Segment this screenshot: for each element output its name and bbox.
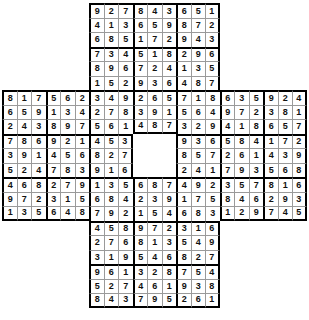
sudoku-cell-r16c15[interactable]: 6 (205, 221, 220, 236)
sudoku-cell-r19c12[interactable]: 8 (162, 264, 177, 279)
sudoku-cell-r14c11[interactable]: 3 (147, 192, 162, 207)
sudoku-cell-r9c16[interactable]: 4 (220, 119, 235, 134)
sudoku-cell-r13c17[interactable]: 5 (234, 177, 249, 192)
sudoku-cell-r8c16[interactable]: 9 (220, 105, 235, 120)
sudoku-cell-r3c13[interactable]: 9 (176, 32, 191, 47)
sudoku-cell-r6c12[interactable]: 6 (162, 76, 177, 91)
sudoku-cell-r15c21[interactable]: 5 (292, 206, 307, 221)
sudoku-cell-r14c19[interactable]: 2 (263, 192, 278, 207)
sudoku-cell-r10c21[interactable]: 2 (292, 134, 307, 149)
sudoku-cell-r11c20[interactable]: 3 (278, 148, 293, 163)
sudoku-cell-r21c11[interactable]: 9 (147, 293, 162, 308)
sudoku-cell-r9c14[interactable]: 2 (191, 119, 206, 134)
sudoku-cell-r15c20[interactable]: 4 (278, 206, 293, 221)
sudoku-cell-r8c19[interactable]: 3 (263, 105, 278, 120)
sudoku-cell-r18c9[interactable]: 9 (118, 250, 133, 265)
sudoku-cell-r12c13[interactable]: 2 (176, 163, 191, 178)
sudoku-cell-r21c9[interactable]: 3 (118, 293, 133, 308)
sudoku-cell-r8c1[interactable]: 6 (2, 105, 17, 120)
sudoku-cell-r10c8[interactable]: 5 (104, 134, 119, 149)
sudoku-cell-r11c2[interactable]: 9 (17, 148, 32, 163)
sudoku-cell-r11c15[interactable]: 7 (205, 148, 220, 163)
sudoku-cell-r17c8[interactable]: 7 (104, 235, 119, 250)
sudoku-cell-r11c21[interactable]: 9 (292, 148, 307, 163)
sudoku-cell-r6c7[interactable]: 1 (89, 76, 104, 91)
sudoku-cell-r10c14[interactable]: 3 (191, 134, 206, 149)
sudoku-cell-r9c12[interactable]: 7 (162, 119, 177, 134)
sudoku-cell-r10c19[interactable]: 1 (263, 134, 278, 149)
sudoku-cell-r1c10[interactable]: 8 (133, 3, 148, 18)
sudoku-cell-r11c17[interactable]: 6 (234, 148, 249, 163)
sudoku-cell-r8c15[interactable]: 4 (205, 105, 220, 120)
sudoku-cell-r1c11[interactable]: 4 (147, 3, 162, 18)
board-void (292, 264, 307, 279)
sudoku-cell-r19c13[interactable]: 7 (176, 264, 191, 279)
sudoku-cell-r8c12[interactable]: 1 (162, 105, 177, 120)
sudoku-cell-r7c20[interactable]: 2 (278, 90, 293, 105)
sudoku-cell-r20c8[interactable]: 2 (104, 279, 119, 294)
sudoku-cell-r4c11[interactable]: 1 (147, 47, 162, 62)
board-void (60, 221, 75, 236)
sudoku-cell-r9c11[interactable]: 8 (147, 119, 162, 134)
sudoku-cell-r13c14[interactable]: 9 (191, 177, 206, 192)
sudoku-cell-r11c9[interactable]: 7 (118, 148, 133, 163)
sudoku-cell-r9c9[interactable]: 1 (118, 119, 133, 134)
sudoku-cell-r8c20[interactable]: 8 (278, 105, 293, 120)
sudoku-cell-r12c17[interactable]: 9 (234, 163, 249, 178)
sudoku-cell-r14c2[interactable]: 7 (17, 192, 32, 207)
sudoku-cell-r13c9[interactable]: 5 (118, 177, 133, 192)
sudoku-cell-r7c1[interactable]: 8 (2, 90, 17, 105)
sudoku-cell-r12c2[interactable]: 2 (17, 163, 32, 178)
sudoku-cell-r18c7[interactable]: 3 (89, 250, 104, 265)
sudoku-cell-r10c7[interactable]: 4 (89, 134, 104, 149)
sudoku-cell-r3c14[interactable]: 4 (191, 32, 206, 47)
sudoku-cell-r15c3[interactable]: 5 (31, 206, 46, 221)
sudoku-cell-r13c21[interactable]: 6 (292, 177, 307, 192)
sudoku-cell-r10c1[interactable]: 7 (2, 134, 17, 149)
sudoku-cell-r1c15[interactable]: 1 (205, 3, 220, 18)
sudoku-cell-r4c15[interactable]: 6 (205, 47, 220, 62)
sudoku-cell-r9c20[interactable]: 5 (278, 119, 293, 134)
sudoku-cell-r11c8[interactable]: 2 (104, 148, 119, 163)
sudoku-cell-r13c19[interactable]: 8 (263, 177, 278, 192)
sudoku-cell-r14c6[interactable]: 5 (75, 192, 90, 207)
sudoku-cell-r12c4[interactable]: 7 (46, 163, 61, 178)
sudoku-cell-r6c13[interactable]: 4 (176, 76, 191, 91)
sudoku-cell-r7c12[interactable]: 5 (162, 90, 177, 105)
sudoku-cell-r18c10[interactable]: 5 (133, 250, 148, 265)
sudoku-cell-r9c17[interactable]: 1 (234, 119, 249, 134)
sudoku-cell-r6c8[interactable]: 5 (104, 76, 119, 91)
sudoku-cell-r10c18[interactable]: 4 (249, 134, 264, 149)
sudoku-cell-r7c5[interactable]: 6 (60, 90, 75, 105)
sudoku-cell-r12c14[interactable]: 4 (191, 163, 206, 178)
sudoku-cell-r7c9[interactable]: 9 (118, 90, 133, 105)
sudoku-cell-r13c12[interactable]: 7 (162, 177, 177, 192)
sudoku-cell-r13c10[interactable]: 6 (133, 177, 148, 192)
sudoku-cell-r3c7[interactable]: 6 (89, 32, 104, 47)
sudoku-cell-r19c7[interactable]: 9 (89, 264, 104, 279)
sudoku-cell-r3c10[interactable]: 1 (133, 32, 148, 47)
sudoku-cell-r5c9[interactable]: 6 (118, 61, 133, 76)
sudoku-cell-r19c9[interactable]: 1 (118, 264, 133, 279)
sudoku-cell-r14c7[interactable]: 6 (89, 192, 104, 207)
sudoku-cell-r11c14[interactable]: 5 (191, 148, 206, 163)
sudoku-cell-r20c7[interactable]: 5 (89, 279, 104, 294)
sudoku-cell-r1c8[interactable]: 2 (104, 3, 119, 18)
sudoku-cell-r8c10[interactable]: 3 (133, 105, 148, 120)
sudoku-cell-r12c15[interactable]: 1 (205, 163, 220, 178)
sudoku-cell-r12c19[interactable]: 5 (263, 163, 278, 178)
sudoku-cell-r10c4[interactable]: 9 (46, 134, 61, 149)
sudoku-cell-r14c3[interactable]: 2 (31, 192, 46, 207)
sudoku-cell-r15c1[interactable]: 1 (2, 206, 17, 221)
sudoku-cell-r15c12[interactable]: 4 (162, 206, 177, 221)
sudoku-cell-r16c8[interactable]: 5 (104, 221, 119, 236)
sudoku-cell-r20c10[interactable]: 4 (133, 279, 148, 294)
sudoku-cell-r3c8[interactable]: 8 (104, 32, 119, 47)
sudoku-cell-r18c14[interactable]: 2 (191, 250, 206, 265)
sudoku-cell-r11c5[interactable]: 5 (60, 148, 75, 163)
sudoku-cell-r16c13[interactable]: 3 (176, 221, 191, 236)
sudoku-cell-r8c17[interactable]: 7 (234, 105, 249, 120)
sudoku-cell-r8c21[interactable]: 1 (292, 105, 307, 120)
sudoku-cell-r7c2[interactable]: 1 (17, 90, 32, 105)
sudoku-cell-r16c10[interactable]: 9 (133, 221, 148, 236)
sudoku-cell-r21c10[interactable]: 7 (133, 293, 148, 308)
sudoku-cell-r6c9[interactable]: 2 (118, 76, 133, 91)
sudoku-cell-r20c15[interactable]: 8 (205, 279, 220, 294)
sudoku-cell-r13c5[interactable]: 7 (60, 177, 75, 192)
sudoku-cell-r7c18[interactable]: 5 (249, 90, 264, 105)
sudoku-cell-r15c6[interactable]: 8 (75, 206, 90, 221)
sudoku-cell-r10c3[interactable]: 6 (31, 134, 46, 149)
sudoku-cell-r7c19[interactable]: 9 (263, 90, 278, 105)
sudoku-cell-r18c11[interactable]: 4 (147, 250, 162, 265)
sudoku-cell-r14c17[interactable]: 4 (234, 192, 249, 207)
sudoku-cell-r15c18[interactable]: 9 (249, 206, 264, 221)
sudoku-cell-r9c18[interactable]: 8 (249, 119, 264, 134)
sudoku-cell-r2c14[interactable]: 7 (191, 18, 206, 33)
sudoku-cell-r8c6[interactable]: 4 (75, 105, 90, 120)
sudoku-cell-r12c3[interactable]: 4 (31, 163, 46, 178)
sudoku-cell-r15c14[interactable]: 8 (191, 206, 206, 221)
sudoku-cell-r10c16[interactable]: 5 (220, 134, 235, 149)
sudoku-cell-r6c10[interactable]: 9 (133, 76, 148, 91)
sudoku-cell-r5c15[interactable]: 5 (205, 61, 220, 76)
board-void (75, 76, 90, 91)
sudoku-cell-r9c4[interactable]: 8 (46, 119, 61, 134)
sudoku-cell-r17c11[interactable]: 1 (147, 235, 162, 250)
sudoku-cell-r12c5[interactable]: 8 (60, 163, 75, 178)
sudoku-cell-r10c6[interactable]: 1 (75, 134, 90, 149)
sudoku-cell-r15c15[interactable]: 3 (205, 206, 220, 221)
sudoku-cell-r5c8[interactable]: 9 (104, 61, 119, 76)
sudoku-cell-r2c8[interactable]: 1 (104, 18, 119, 33)
sudoku-cell-r11c7[interactable]: 8 (89, 148, 104, 163)
sudoku-cell-r7c21[interactable]: 4 (292, 90, 307, 105)
sudoku-cell-r13c4[interactable]: 2 (46, 177, 61, 192)
sudoku-cell-r10c5[interactable]: 2 (60, 134, 75, 149)
sudoku-cell-r8c2[interactable]: 5 (17, 105, 32, 120)
sudoku-cell-r9c15[interactable]: 9 (205, 119, 220, 134)
sudoku-cell-r13c6[interactable]: 9 (75, 177, 90, 192)
sudoku-cell-r19c8[interactable]: 6 (104, 264, 119, 279)
sudoku-cell-r7c11[interactable]: 6 (147, 90, 162, 105)
sudoku-cell-r6c14[interactable]: 8 (191, 76, 206, 91)
sudoku-cell-r13c16[interactable]: 3 (220, 177, 235, 192)
sudoku-cell-r8c4[interactable]: 1 (46, 105, 61, 120)
sudoku-cell-r21c13[interactable]: 2 (176, 293, 191, 308)
sudoku-cell-r9c1[interactable]: 2 (2, 119, 17, 134)
sudoku-cell-r4c10[interactable]: 5 (133, 47, 148, 62)
sudoku-cell-r21c12[interactable]: 5 (162, 293, 177, 308)
board-void (220, 32, 235, 47)
sudoku-cell-r11c6[interactable]: 6 (75, 148, 90, 163)
sudoku-cell-r14c12[interactable]: 9 (162, 192, 177, 207)
sudoku-cell-r11c19[interactable]: 4 (263, 148, 278, 163)
sudoku-cell-r9c8[interactable]: 6 (104, 119, 119, 134)
sudoku-cell-r13c7[interactable]: 1 (89, 177, 104, 192)
sudoku-cell-r21c7[interactable]: 8 (89, 293, 104, 308)
sudoku-cell-r14c13[interactable]: 1 (176, 192, 191, 207)
sudoku-cell-r14c5[interactable]: 1 (60, 192, 75, 207)
sudoku-cell-r20c9[interactable]: 7 (118, 279, 133, 294)
sudoku-cell-r8c13[interactable]: 5 (176, 105, 191, 120)
sudoku-cell-r9c10[interactable]: 4 (133, 119, 148, 134)
sudoku-cell-r20c11[interactable]: 6 (147, 279, 162, 294)
sudoku-cell-r15c13[interactable]: 6 (176, 206, 191, 221)
board-void (75, 293, 90, 308)
sudoku-cell-r7c15[interactable]: 8 (205, 90, 220, 105)
sudoku-cell-r8c9[interactable]: 8 (118, 105, 133, 120)
sudoku-cell-r15c10[interactable]: 1 (133, 206, 148, 221)
sudoku-cell-r8c3[interactable]: 9 (31, 105, 46, 120)
sudoku-cell-r9c6[interactable]: 7 (75, 119, 90, 134)
sudoku-cell-r1c7[interactable]: 9 (89, 3, 104, 18)
sudoku-cell-r10c2[interactable]: 8 (17, 134, 32, 149)
sudoku-cell-r13c1[interactable]: 4 (2, 177, 17, 192)
sudoku-cell-r2c7[interactable]: 4 (89, 18, 104, 33)
sudoku-cell-r11c3[interactable]: 1 (31, 148, 46, 163)
sudoku-cell-r5c10[interactable]: 7 (133, 61, 148, 76)
sudoku-cell-r15c5[interactable]: 4 (60, 206, 75, 221)
sudoku-cell-r10c20[interactable]: 7 (278, 134, 293, 149)
sudoku-cell-r9c3[interactable]: 3 (31, 119, 46, 134)
sudoku-cell-r10c13[interactable]: 9 (176, 134, 191, 149)
sudoku-cell-r9c13[interactable]: 3 (176, 119, 191, 134)
sudoku-cell-r7c17[interactable]: 3 (234, 90, 249, 105)
sudoku-cell-r19c14[interactable]: 5 (191, 264, 206, 279)
sudoku-cell-r7c14[interactable]: 1 (191, 90, 206, 105)
sudoku-cell-r13c15[interactable]: 2 (205, 177, 220, 192)
sudoku-cell-r17c10[interactable]: 8 (133, 235, 148, 250)
sudoku-cell-r14c18[interactable]: 6 (249, 192, 264, 207)
sudoku-cell-r2c12[interactable]: 9 (162, 18, 177, 33)
sudoku-cell-r7c7[interactable]: 3 (89, 90, 104, 105)
sudoku-cell-r10c17[interactable]: 8 (234, 134, 249, 149)
sudoku-cell-r5c12[interactable]: 4 (162, 61, 177, 76)
sudoku-cell-r18c13[interactable]: 8 (176, 250, 191, 265)
sudoku-cell-r2c9[interactable]: 3 (118, 18, 133, 33)
sudoku-cell-r11c13[interactable]: 8 (176, 148, 191, 163)
sudoku-cell-r11c4[interactable]: 4 (46, 148, 61, 163)
sudoku-cell-r3c11[interactable]: 7 (147, 32, 162, 47)
sudoku-cell-r13c2[interactable]: 6 (17, 177, 32, 192)
sudoku-cell-r6c11[interactable]: 3 (147, 76, 162, 91)
sudoku-cell-r18c15[interactable]: 7 (205, 250, 220, 265)
board-void (60, 264, 75, 279)
sudoku-cell-r21c15[interactable]: 1 (205, 293, 220, 308)
sudoku-cell-r16c9[interactable]: 8 (118, 221, 133, 236)
sudoku-cell-r1c9[interactable]: 7 (118, 3, 133, 18)
sudoku-cell-r11c16[interactable]: 2 (220, 148, 235, 163)
sudoku-cell-r13c11[interactable]: 8 (147, 177, 162, 192)
sudoku-cell-r10c15[interactable]: 6 (205, 134, 220, 149)
sudoku-cell-r15c16[interactable]: 1 (220, 206, 235, 221)
sudoku-cell-r18c8[interactable]: 1 (104, 250, 119, 265)
sudoku-cell-r11c18[interactable]: 1 (249, 148, 264, 163)
sudoku-cell-r4c12[interactable]: 8 (162, 47, 177, 62)
sudoku-cell-r16c14[interactable]: 1 (191, 221, 206, 236)
sudoku-cell-r4c7[interactable]: 7 (89, 47, 104, 62)
sudoku-cell-r9c2[interactable]: 4 (17, 119, 32, 134)
sudoku-cell-r17c14[interactable]: 4 (191, 235, 206, 250)
sudoku-cell-r7c8[interactable]: 4 (104, 90, 119, 105)
sudoku-cell-r13c20[interactable]: 1 (278, 177, 293, 192)
sudoku-cell-r14c21[interactable]: 3 (292, 192, 307, 207)
sudoku-cell-r21c14[interactable]: 6 (191, 293, 206, 308)
sudoku-cell-r9c21[interactable]: 7 (292, 119, 307, 134)
sudoku-cell-r19c15[interactable]: 4 (205, 264, 220, 279)
board-void (234, 61, 249, 76)
sudoku-cell-r4c9[interactable]: 4 (118, 47, 133, 62)
sudoku-cell-r14c9[interactable]: 4 (118, 192, 133, 207)
sudoku-cell-r16c7[interactable]: 4 (89, 221, 104, 236)
sudoku-cell-r15c8[interactable]: 9 (104, 206, 119, 221)
sudoku-cell-r6c15[interactable]: 7 (205, 76, 220, 91)
sudoku-cell-r7c6[interactable]: 2 (75, 90, 90, 105)
sudoku-cell-r7c16[interactable]: 6 (220, 90, 235, 105)
sudoku-cell-r12c1[interactable]: 5 (2, 163, 17, 178)
sudoku-cell-r14c8[interactable]: 8 (104, 192, 119, 207)
sudoku-cell-r12c7[interactable]: 9 (89, 163, 104, 178)
sudoku-cell-r2c15[interactable]: 2 (205, 18, 220, 33)
sudoku-cell-r15c7[interactable]: 7 (89, 206, 104, 221)
board-void (2, 61, 17, 76)
sudoku-cell-r15c4[interactable]: 6 (46, 206, 61, 221)
sudoku-cell-r7c4[interactable]: 5 (46, 90, 61, 105)
board-void (133, 148, 148, 163)
sudoku-cell-r16c11[interactable]: 7 (147, 221, 162, 236)
sudoku-cell-r20c13[interactable]: 9 (176, 279, 191, 294)
sudoku-cell-r5c14[interactable]: 3 (191, 61, 206, 76)
sudoku-cell-r14c16[interactable]: 8 (220, 192, 235, 207)
sudoku-cell-r12c18[interactable]: 3 (249, 163, 264, 178)
sudoku-cell-r8c7[interactable]: 2 (89, 105, 104, 120)
sudoku-cell-r14c14[interactable]: 7 (191, 192, 206, 207)
sudoku-cell-r13c13[interactable]: 4 (176, 177, 191, 192)
sudoku-cell-r21c8[interactable]: 4 (104, 293, 119, 308)
sudoku-cell-r12c6[interactable]: 3 (75, 163, 90, 178)
sudoku-cell-r9c5[interactable]: 9 (60, 119, 75, 134)
sudoku-cell-r13c3[interactable]: 8 (31, 177, 46, 192)
sudoku-cell-r2c11[interactable]: 5 (147, 18, 162, 33)
sudoku-cell-r3c12[interactable]: 2 (162, 32, 177, 47)
sudoku-cell-r5c7[interactable]: 8 (89, 61, 104, 76)
sudoku-cell-r13c18[interactable]: 7 (249, 177, 264, 192)
sudoku-cell-r3c15[interactable]: 3 (205, 32, 220, 47)
sudoku-cell-r9c19[interactable]: 6 (263, 119, 278, 134)
sudoku-cell-r17c15[interactable]: 9 (205, 235, 220, 250)
sudoku-cell-r7c3[interactable]: 7 (31, 90, 46, 105)
sudoku-cell-r13c8[interactable]: 3 (104, 177, 119, 192)
sudoku-cell-r8c5[interactable]: 3 (60, 105, 75, 120)
board-void (31, 221, 46, 236)
sudoku-cell-r4c8[interactable]: 3 (104, 47, 119, 62)
sudoku-cell-r2c13[interactable]: 8 (176, 18, 191, 33)
sudoku-cell-r12c16[interactable]: 7 (220, 163, 235, 178)
sudoku-cell-r17c9[interactable]: 6 (118, 235, 133, 250)
sudoku-cell-r14c4[interactable]: 3 (46, 192, 61, 207)
sudoku-cell-r14c15[interactable]: 5 (205, 192, 220, 207)
sudoku-cell-r1c12[interactable]: 3 (162, 3, 177, 18)
sudoku-cell-r17c12[interactable]: 3 (162, 235, 177, 250)
sudoku-cell-r18c12[interactable]: 6 (162, 250, 177, 265)
sudoku-cell-r12c21[interactable]: 8 (292, 163, 307, 178)
sudoku-cell-r20c14[interactable]: 3 (191, 279, 206, 294)
sudoku-cell-r8c14[interactable]: 6 (191, 105, 206, 120)
sudoku-cell-r5c13[interactable]: 1 (176, 61, 191, 76)
sudoku-cell-r7c10[interactable]: 2 (133, 90, 148, 105)
sudoku-cell-r8c18[interactable]: 2 (249, 105, 264, 120)
sudoku-cell-r12c8[interactable]: 1 (104, 163, 119, 178)
sudoku-cell-r15c9[interactable]: 2 (118, 206, 133, 221)
sudoku-cell-r8c8[interactable]: 7 (104, 105, 119, 120)
sudoku-cell-r8c11[interactable]: 9 (147, 105, 162, 120)
sudoku-cell-r3c9[interactable]: 5 (118, 32, 133, 47)
sudoku-cell-r20c12[interactable]: 1 (162, 279, 177, 294)
sudoku-cell-r5c11[interactable]: 2 (147, 61, 162, 76)
sudoku-cell-r1c13[interactable]: 6 (176, 3, 191, 18)
sudoku-cell-r16c12[interactable]: 2 (162, 221, 177, 236)
sudoku-cell-r10c9[interactable]: 3 (118, 134, 133, 149)
sudoku-cell-r14c20[interactable]: 9 (278, 192, 293, 207)
board-void (46, 250, 61, 265)
sudoku-cell-r19c11[interactable]: 2 (147, 264, 162, 279)
sudoku-cell-r4c14[interactable]: 9 (191, 47, 206, 62)
sudoku-cell-r15c19[interactable]: 7 (263, 206, 278, 221)
sudoku-cell-r17c7[interactable]: 2 (89, 235, 104, 250)
sudoku-cell-r9c7[interactable]: 5 (89, 119, 104, 134)
board-void (2, 3, 17, 18)
sudoku-cell-r2c10[interactable]: 6 (133, 18, 148, 33)
sudoku-cell-r15c11[interactable]: 5 (147, 206, 162, 221)
sudoku-cell-r17c13[interactable]: 5 (176, 235, 191, 250)
sudoku-cell-r12c20[interactable]: 6 (278, 163, 293, 178)
sudoku-cell-r7c13[interactable]: 7 (176, 90, 191, 105)
sudoku-cell-r15c2[interactable]: 3 (17, 206, 32, 221)
sudoku-cell-r14c10[interactable]: 2 (133, 192, 148, 207)
sudoku-cell-r15c17[interactable]: 2 (234, 206, 249, 221)
sudoku-cell-r12c9[interactable]: 6 (118, 163, 133, 178)
sudoku-cell-r14c1[interactable]: 9 (2, 192, 17, 207)
sudoku-cell-r4c13[interactable]: 2 (176, 47, 191, 62)
sudoku-cell-r11c1[interactable]: 3 (2, 148, 17, 163)
sudoku-cell-r1c14[interactable]: 5 (191, 3, 206, 18)
sudoku-cell-r19c10[interactable]: 3 (133, 264, 148, 279)
